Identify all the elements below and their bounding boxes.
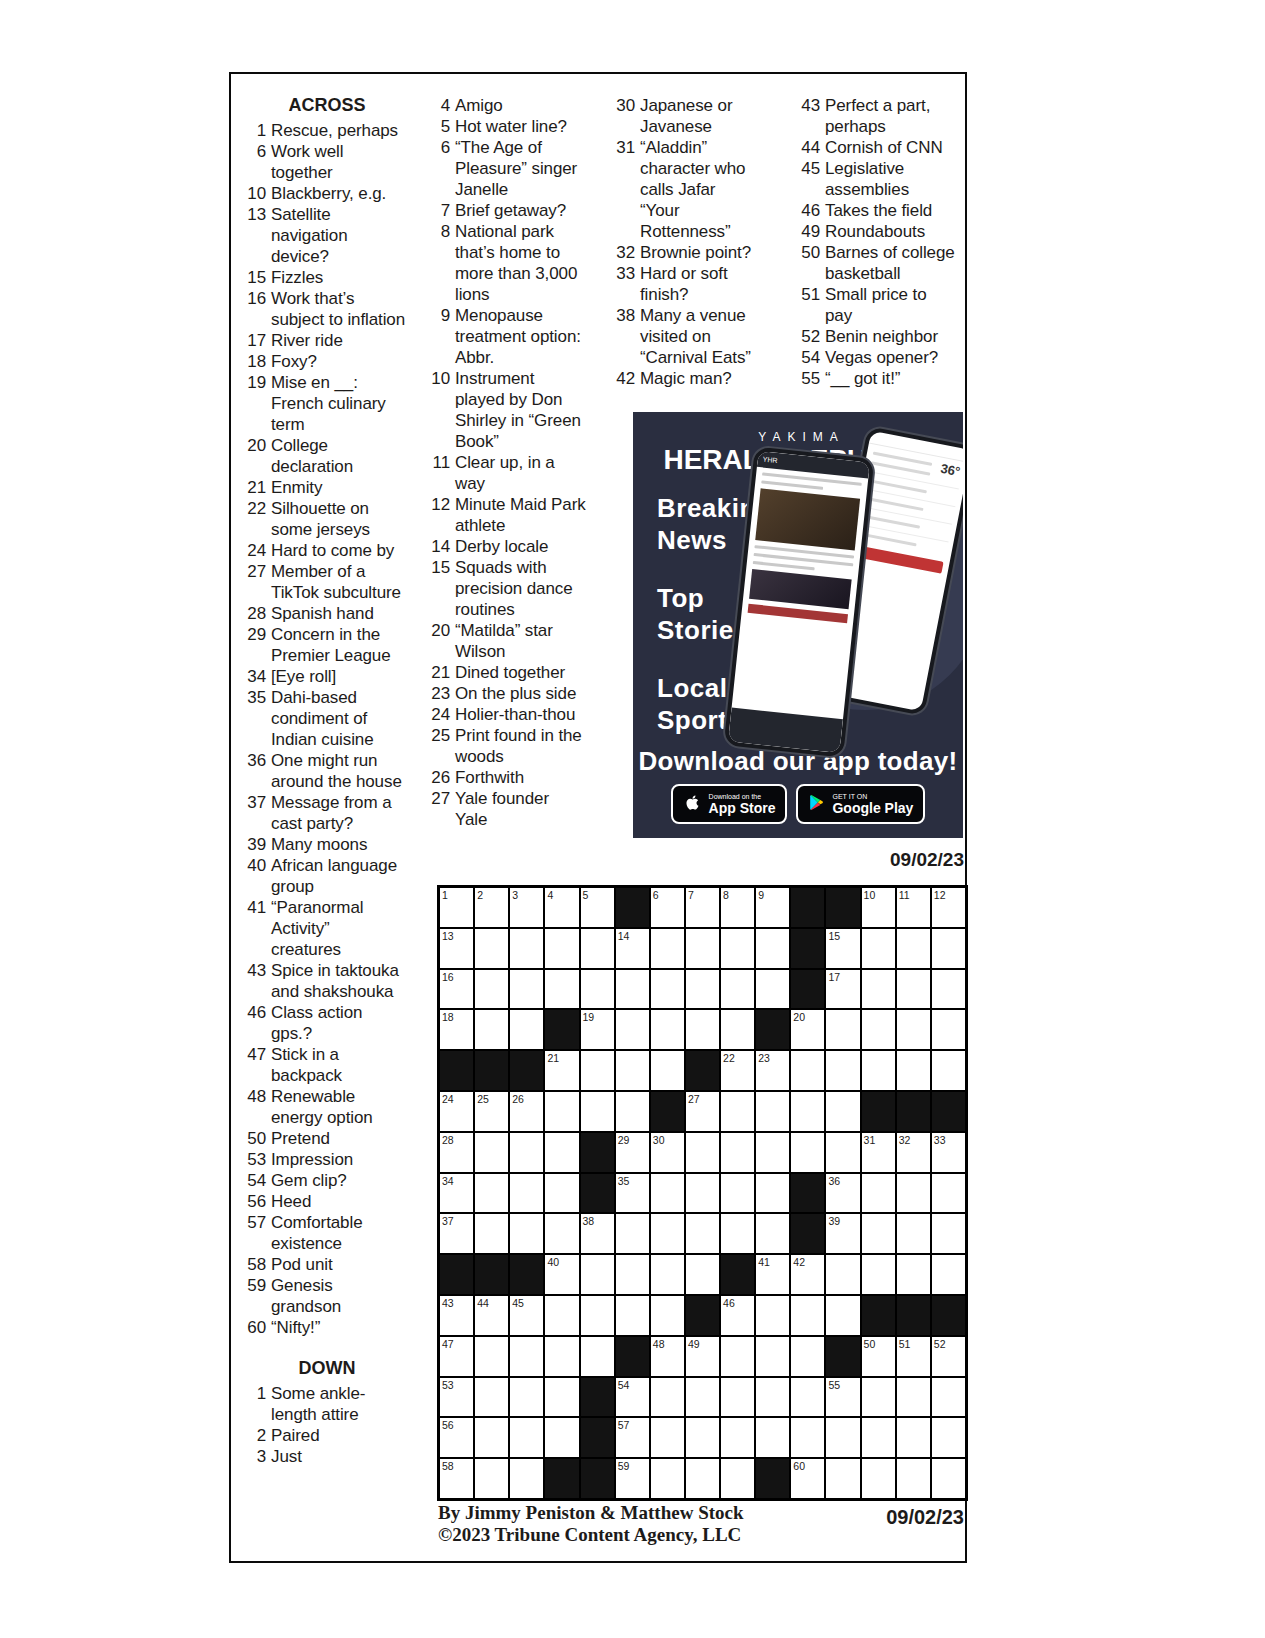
grid-cell[interactable] bbox=[720, 1336, 755, 1377]
grid-cell[interactable]: 38 bbox=[580, 1213, 615, 1254]
grid-cell[interactable] bbox=[931, 1458, 966, 1499]
grid-cell[interactable] bbox=[685, 1458, 720, 1499]
grid-cell[interactable]: 3 bbox=[509, 887, 544, 928]
grid-cell[interactable] bbox=[896, 1213, 931, 1254]
cell-number: 21 bbox=[547, 1052, 559, 1064]
grid-cell[interactable]: 45 bbox=[509, 1295, 544, 1336]
grid-cell[interactable]: 58 bbox=[439, 1458, 474, 1499]
grid-cell[interactable] bbox=[685, 1173, 720, 1214]
grid-cell[interactable] bbox=[474, 1458, 509, 1499]
grid-cell[interactable] bbox=[931, 1377, 966, 1418]
cell-number: 39 bbox=[828, 1215, 840, 1227]
grid-cell[interactable] bbox=[474, 1377, 509, 1418]
grid-cell[interactable] bbox=[580, 1050, 615, 1091]
grid-cell[interactable] bbox=[755, 969, 790, 1010]
grid-cell[interactable] bbox=[474, 1417, 509, 1458]
cell-number: 27 bbox=[688, 1093, 700, 1105]
grid-cell[interactable] bbox=[861, 1213, 896, 1254]
grid-cell[interactable] bbox=[509, 1173, 544, 1214]
grid-cell[interactable] bbox=[861, 1377, 896, 1418]
grid-cell[interactable] bbox=[509, 1336, 544, 1377]
grid-cell-black bbox=[720, 1254, 755, 1295]
clue-number: 45 bbox=[794, 158, 820, 179]
grid-cell[interactable] bbox=[720, 928, 755, 969]
grid-cell[interactable] bbox=[474, 1213, 509, 1254]
grid-cell-black bbox=[509, 1254, 544, 1295]
cell-number: 29 bbox=[618, 1134, 630, 1146]
grid-cell[interactable] bbox=[896, 1458, 931, 1499]
grid-cell[interactable] bbox=[931, 1050, 966, 1091]
grid-cell[interactable] bbox=[685, 928, 720, 969]
cell-number: 34 bbox=[442, 1175, 454, 1187]
clue-number: 57 bbox=[240, 1212, 266, 1233]
grid-cell[interactable]: 51 bbox=[896, 1336, 931, 1377]
cell-number: 4 bbox=[547, 889, 553, 901]
grid-cell[interactable]: 11 bbox=[896, 887, 931, 928]
clue-text: Amigo bbox=[455, 95, 503, 116]
clue: 21Dined together bbox=[424, 662, 604, 683]
clue-text: “__ got it!” bbox=[825, 368, 900, 389]
grid-cell[interactable] bbox=[509, 1009, 544, 1050]
grid-cell[interactable] bbox=[790, 1050, 825, 1091]
grid-cell[interactable] bbox=[755, 1132, 790, 1173]
cell-number: 14 bbox=[618, 930, 630, 942]
grid-cell[interactable] bbox=[896, 928, 931, 969]
grid-cell[interactable] bbox=[544, 1132, 579, 1173]
grid-cell[interactable]: 41 bbox=[755, 1254, 790, 1295]
grid-cell-black bbox=[825, 1336, 860, 1377]
grid-cell[interactable] bbox=[544, 1213, 579, 1254]
grid-cell[interactable]: 7 bbox=[685, 887, 720, 928]
cell-number: 7 bbox=[688, 889, 694, 901]
grid-cell[interactable] bbox=[474, 1132, 509, 1173]
grid-cell[interactable]: 47 bbox=[439, 1336, 474, 1377]
grid-cell[interactable]: 21 bbox=[544, 1050, 579, 1091]
grid-cell[interactable] bbox=[931, 1213, 966, 1254]
grid-cell[interactable] bbox=[720, 969, 755, 1010]
grid-cell[interactable]: 8 bbox=[720, 887, 755, 928]
grid-cell[interactable] bbox=[650, 1050, 685, 1091]
grid-cell[interactable] bbox=[544, 1173, 579, 1214]
clue-number: 44 bbox=[794, 137, 820, 158]
grid-cell[interactable] bbox=[685, 969, 720, 1010]
grid-cell[interactable] bbox=[509, 1417, 544, 1458]
grid-cell[interactable]: 43 bbox=[439, 1295, 474, 1336]
grid-cell[interactable] bbox=[685, 1377, 720, 1418]
clue: 60“Nifty!” bbox=[240, 1317, 414, 1338]
cell-number: 6 bbox=[653, 889, 659, 901]
grid-cell[interactable] bbox=[544, 1336, 579, 1377]
cell-number: 45 bbox=[512, 1297, 524, 1309]
grid-cell[interactable]: 33 bbox=[931, 1132, 966, 1173]
grid-cell[interactable] bbox=[861, 1417, 896, 1458]
cell-number: 49 bbox=[688, 1338, 700, 1350]
grid-cell[interactable] bbox=[931, 1417, 966, 1458]
grid-cell[interactable] bbox=[544, 1091, 579, 1132]
cell-number: 38 bbox=[583, 1215, 595, 1227]
clue: 42Magic man? bbox=[609, 368, 789, 389]
clue: 54Gem clip? bbox=[240, 1170, 414, 1191]
cell-number: 53 bbox=[442, 1379, 454, 1391]
clue-number: 56 bbox=[240, 1191, 266, 1212]
grid-cell[interactable] bbox=[755, 1173, 790, 1214]
clue-number: 29 bbox=[240, 624, 266, 645]
google-play-badge[interactable]: GET IT ON Google Play bbox=[796, 784, 925, 824]
grid-cell[interactable]: 42 bbox=[790, 1254, 825, 1295]
grid-cell[interactable] bbox=[931, 1254, 966, 1295]
clue: 50Barnes of college basketball bbox=[794, 242, 964, 284]
grid-cell[interactable] bbox=[896, 1417, 931, 1458]
grid-cell[interactable] bbox=[544, 928, 579, 969]
grid-cell[interactable] bbox=[685, 1417, 720, 1458]
clue: 11Clear up, in a way bbox=[424, 452, 604, 494]
grid-cell[interactable]: 31 bbox=[861, 1132, 896, 1173]
grid-cell[interactable] bbox=[720, 1417, 755, 1458]
clue-text: “Paranormal Activity” creatures bbox=[271, 897, 363, 960]
clue-text: Yale founder Yale bbox=[455, 788, 549, 830]
clue-number: 22 bbox=[240, 498, 266, 519]
google-play-icon bbox=[808, 793, 825, 816]
grid-cell[interactable]: 52 bbox=[931, 1336, 966, 1377]
clue-text: Many a venue visited on “Carnival Eats” bbox=[640, 305, 751, 368]
grid-cell[interactable] bbox=[474, 1173, 509, 1214]
grid-cell[interactable] bbox=[650, 1377, 685, 1418]
cell-number: 35 bbox=[618, 1175, 630, 1187]
grid-cell[interactable]: 22 bbox=[720, 1050, 755, 1091]
grid-cell[interactable] bbox=[580, 1336, 615, 1377]
grid-cell[interactable]: 48 bbox=[650, 1336, 685, 1377]
grid-cell[interactable] bbox=[580, 1254, 615, 1295]
grid-cell[interactable] bbox=[755, 1417, 790, 1458]
grid-cell[interactable] bbox=[650, 969, 685, 1010]
grid-cell[interactable] bbox=[720, 1009, 755, 1050]
cell-number: 56 bbox=[442, 1419, 454, 1431]
grid-cell[interactable] bbox=[509, 969, 544, 1010]
clue-text: Satellite navigation device? bbox=[271, 204, 348, 267]
grid-cell[interactable] bbox=[790, 1377, 825, 1418]
clue-number: 43 bbox=[794, 95, 820, 116]
grid-cell[interactable] bbox=[509, 1213, 544, 1254]
grid-cell[interactable]: 57 bbox=[615, 1417, 650, 1458]
clue-text: Foxy? bbox=[271, 351, 317, 372]
grid-cell[interactable] bbox=[790, 1336, 825, 1377]
grid-cell-black bbox=[439, 1254, 474, 1295]
grid-cell[interactable]: 27 bbox=[685, 1091, 720, 1132]
clue-text: [Eye roll] bbox=[271, 666, 336, 687]
grid-cell[interactable]: 60 bbox=[790, 1458, 825, 1499]
grid-cell[interactable] bbox=[650, 1173, 685, 1214]
grid-cell[interactable] bbox=[720, 1458, 755, 1499]
cell-number: 57 bbox=[618, 1419, 630, 1431]
grid-cell[interactable] bbox=[861, 1173, 896, 1214]
clue-text: Instrument played by Don Shirley in “Gre… bbox=[455, 368, 581, 452]
grid-cell[interactable] bbox=[825, 1009, 860, 1050]
grid-cell[interactable] bbox=[755, 1377, 790, 1418]
grid-cell[interactable] bbox=[615, 1091, 650, 1132]
grid-cell[interactable] bbox=[615, 969, 650, 1010]
grid-cell[interactable] bbox=[650, 1254, 685, 1295]
clue-text: One might run around the house bbox=[271, 750, 402, 792]
grid-cell[interactable] bbox=[615, 1050, 650, 1091]
grid-cell[interactable] bbox=[615, 1254, 650, 1295]
grid-cell[interactable] bbox=[790, 1295, 825, 1336]
clue-number: 16 bbox=[240, 288, 266, 309]
clue-column-4: 43Perfect a part, perhaps44Cornish of CN… bbox=[794, 95, 964, 389]
grid-cell[interactable]: 16 bbox=[439, 969, 474, 1010]
grid-cell[interactable] bbox=[650, 928, 685, 969]
crossword-page: ACROSS1Rescue, perhaps6Work well togethe… bbox=[0, 0, 1265, 1638]
clue-number: 53 bbox=[240, 1149, 266, 1170]
grid-cell[interactable] bbox=[685, 1254, 720, 1295]
grid-cell[interactable] bbox=[509, 928, 544, 969]
spacer bbox=[240, 1338, 414, 1358]
clue-text: Just bbox=[271, 1446, 302, 1467]
grid-cell[interactable] bbox=[755, 1091, 790, 1132]
clue-number: 54 bbox=[240, 1170, 266, 1191]
grid-cell[interactable] bbox=[825, 1295, 860, 1336]
grid-cell[interactable]: 4 bbox=[544, 887, 579, 928]
cell-number: 8 bbox=[723, 889, 729, 901]
grid-cell[interactable] bbox=[580, 969, 615, 1010]
clue-number: 36 bbox=[240, 750, 266, 771]
clue-number: 6 bbox=[424, 137, 450, 158]
newspaper-app-ad: YAKIMA HERALD-REPUBLIC Breaking NewsTop … bbox=[633, 412, 963, 838]
app-store-badge[interactable]: Download on the App Store bbox=[671, 784, 788, 824]
grid-cell[interactable] bbox=[755, 1336, 790, 1377]
grid-cell[interactable] bbox=[650, 1295, 685, 1336]
grid-cell[interactable]: 56 bbox=[439, 1417, 474, 1458]
grid-cell[interactable]: 44 bbox=[474, 1295, 509, 1336]
grid-cell[interactable]: 24 bbox=[439, 1091, 474, 1132]
clue-text: Takes the field bbox=[825, 200, 932, 221]
grid-cell[interactable] bbox=[650, 1458, 685, 1499]
grid-cell[interactable]: 12 bbox=[931, 887, 966, 928]
clue-text: River ride bbox=[271, 330, 343, 351]
clue: 8National park that’s home to more than … bbox=[424, 221, 604, 305]
clue: 53Impression bbox=[240, 1149, 414, 1170]
grid-cell[interactable]: 23 bbox=[755, 1050, 790, 1091]
clue-text: Vegas opener? bbox=[825, 347, 938, 368]
grid-cell[interactable]: 40 bbox=[544, 1254, 579, 1295]
grid-cell[interactable] bbox=[650, 1417, 685, 1458]
grid-cell[interactable]: 50 bbox=[861, 1336, 896, 1377]
clue-number: 3 bbox=[240, 1446, 266, 1467]
clue-column-2: 4Amigo5Hot water line?6“The Age of Pleas… bbox=[424, 95, 604, 830]
grid-cell[interactable] bbox=[720, 1213, 755, 1254]
clue-text: Menopause treatment option: Abbr. bbox=[455, 305, 581, 368]
clue: 30Japanese or Javanese bbox=[609, 95, 789, 137]
grid-cell[interactable] bbox=[685, 1009, 720, 1050]
clue: 20“Matilda” star Wilson bbox=[424, 620, 604, 662]
clue-number: 15 bbox=[240, 267, 266, 288]
grid-cell[interactable] bbox=[896, 1173, 931, 1214]
grid-cell[interactable] bbox=[615, 1009, 650, 1050]
grid-cell[interactable] bbox=[931, 1009, 966, 1050]
grid-cell[interactable] bbox=[931, 1173, 966, 1214]
grid-cell[interactable] bbox=[580, 1295, 615, 1336]
grid-cell[interactable] bbox=[861, 1254, 896, 1295]
grid-cell[interactable] bbox=[896, 969, 931, 1010]
grid-cell[interactable] bbox=[825, 1091, 860, 1132]
grid-cell-black bbox=[580, 1173, 615, 1214]
clue-text: Brownie point? bbox=[640, 242, 751, 263]
grid-cell[interactable] bbox=[825, 1458, 860, 1499]
grid-cell[interactable] bbox=[720, 1091, 755, 1132]
grid-cell[interactable] bbox=[509, 1377, 544, 1418]
clue-number: 37 bbox=[240, 792, 266, 813]
grid-cell[interactable] bbox=[720, 1132, 755, 1173]
grid-cell[interactable] bbox=[474, 1009, 509, 1050]
clue: 1Rescue, perhaps bbox=[240, 120, 414, 141]
grid-cell[interactable] bbox=[509, 1132, 544, 1173]
grid-cell[interactable] bbox=[509, 1458, 544, 1499]
phone-red-banner bbox=[853, 545, 944, 574]
grid-cell[interactable] bbox=[474, 928, 509, 969]
clue: 46Class action gps.? bbox=[240, 1002, 414, 1044]
grid-cell[interactable]: 34 bbox=[439, 1173, 474, 1214]
grid-cell[interactable] bbox=[685, 1213, 720, 1254]
grid-cell-black bbox=[509, 1050, 544, 1091]
clue-number: 48 bbox=[240, 1086, 266, 1107]
cell-number: 33 bbox=[934, 1134, 946, 1146]
grid-cell[interactable] bbox=[896, 1009, 931, 1050]
clue-number: 10 bbox=[424, 368, 450, 389]
grid-cell[interactable] bbox=[544, 1417, 579, 1458]
cell-number: 58 bbox=[442, 1460, 454, 1472]
grid-cell-black bbox=[896, 1295, 931, 1336]
cell-number: 28 bbox=[442, 1134, 454, 1146]
grid-cell[interactable]: 55 bbox=[825, 1377, 860, 1418]
clue: 18Foxy? bbox=[240, 351, 414, 372]
clue-text: On the plus side bbox=[455, 683, 576, 704]
grid-cell[interactable]: 10 bbox=[861, 887, 896, 928]
clue-number: 1 bbox=[240, 1383, 266, 1404]
grid-cell[interactable] bbox=[825, 1254, 860, 1295]
grid-cell[interactable] bbox=[896, 1050, 931, 1091]
grid-cell[interactable]: 25 bbox=[474, 1091, 509, 1132]
clue-text: Genesis grandson bbox=[271, 1275, 341, 1317]
grid-cell[interactable] bbox=[720, 1173, 755, 1214]
grid-cell[interactable] bbox=[544, 1377, 579, 1418]
grid-cell[interactable] bbox=[825, 1050, 860, 1091]
grid-cell[interactable] bbox=[790, 1091, 825, 1132]
grid-cell[interactable]: 15 bbox=[825, 928, 860, 969]
grid-cell[interactable]: 32 bbox=[896, 1132, 931, 1173]
grid-cell[interactable]: 14 bbox=[615, 928, 650, 969]
clue-text: Roundabouts bbox=[825, 221, 925, 242]
grid-cell[interactable]: 39 bbox=[825, 1213, 860, 1254]
grid-cell-black bbox=[931, 1295, 966, 1336]
clue: 41“Paranormal Activity” creatures bbox=[240, 897, 414, 960]
clue-column-1: ACROSS1Rescue, perhaps6Work well togethe… bbox=[240, 95, 414, 1467]
grid-cell[interactable]: 20 bbox=[790, 1009, 825, 1050]
grid-cell[interactable] bbox=[861, 928, 896, 969]
cell-number: 48 bbox=[653, 1338, 665, 1350]
clue: 57Comfortable existence bbox=[240, 1212, 414, 1254]
grid-cell[interactable]: 29 bbox=[615, 1132, 650, 1173]
grid-cell[interactable] bbox=[931, 928, 966, 969]
clue-number: 31 bbox=[609, 137, 635, 158]
grid-cell[interactable]: 1 bbox=[439, 887, 474, 928]
grid-cell[interactable] bbox=[755, 1213, 790, 1254]
grid-cell[interactable] bbox=[825, 1132, 860, 1173]
grid-cell[interactable]: 19 bbox=[580, 1009, 615, 1050]
clue: 39Many moons bbox=[240, 834, 414, 855]
grid-cell[interactable]: 36 bbox=[825, 1173, 860, 1214]
grid-cell[interactable]: 18 bbox=[439, 1009, 474, 1050]
grid-cell-black bbox=[615, 1336, 650, 1377]
grid-cell[interactable] bbox=[650, 1009, 685, 1050]
grid-cell[interactable]: 26 bbox=[509, 1091, 544, 1132]
grid-cell[interactable]: 17 bbox=[825, 969, 860, 1010]
grid-cell[interactable] bbox=[790, 1132, 825, 1173]
grid-cell[interactable] bbox=[861, 969, 896, 1010]
grid-cell[interactable]: 2 bbox=[474, 887, 509, 928]
grid-cell[interactable]: 28 bbox=[439, 1132, 474, 1173]
grid-cell[interactable] bbox=[861, 1458, 896, 1499]
grid-cell[interactable]: 30 bbox=[650, 1132, 685, 1173]
grid-cell-black bbox=[790, 1173, 825, 1214]
grid-cell[interactable] bbox=[861, 1009, 896, 1050]
grid-cell-black bbox=[544, 1009, 579, 1050]
grid-cell[interactable] bbox=[580, 1091, 615, 1132]
clue: 34[Eye roll] bbox=[240, 666, 414, 687]
grid-cell[interactable] bbox=[580, 928, 615, 969]
grid-cell[interactable] bbox=[861, 1050, 896, 1091]
grid-cell[interactable] bbox=[474, 1336, 509, 1377]
grid-cell[interactable]: 49 bbox=[685, 1336, 720, 1377]
cell-number: 1 bbox=[442, 889, 448, 901]
clue-number: 15 bbox=[424, 557, 450, 578]
clue-text: Mise en __: French culinary term bbox=[271, 372, 386, 435]
grid-cell[interactable]: 13 bbox=[439, 928, 474, 969]
grid-cell-black bbox=[580, 1458, 615, 1499]
grid-cell[interactable] bbox=[544, 1295, 579, 1336]
clue-number: 20 bbox=[424, 620, 450, 641]
clue-text: Silhouette on some jerseys bbox=[271, 498, 370, 540]
puzzle-date: 09/02/23 bbox=[764, 849, 964, 871]
grid-cell[interactable] bbox=[755, 928, 790, 969]
grid-cell[interactable]: 59 bbox=[615, 1458, 650, 1499]
grid-cell[interactable] bbox=[896, 1377, 931, 1418]
grid-cell[interactable]: 5 bbox=[580, 887, 615, 928]
grid-cell[interactable]: 37 bbox=[439, 1213, 474, 1254]
grid-cell[interactable] bbox=[650, 1213, 685, 1254]
grid-cell[interactable]: 46 bbox=[720, 1295, 755, 1336]
grid-cell[interactable] bbox=[615, 1213, 650, 1254]
clue-text: Some ankle- length attire bbox=[271, 1383, 365, 1425]
grid-cell[interactable] bbox=[720, 1377, 755, 1418]
clue-text: Enmity bbox=[271, 477, 322, 498]
grid-cell[interactable] bbox=[755, 1295, 790, 1336]
cell-number: 60 bbox=[793, 1460, 805, 1472]
grid-cell[interactable] bbox=[825, 1417, 860, 1458]
grid-cell[interactable] bbox=[685, 1132, 720, 1173]
grid-cell[interactable] bbox=[896, 1254, 931, 1295]
grid-cell-black bbox=[861, 1091, 896, 1132]
clue: 43Spice in taktouka and shakshouka bbox=[240, 960, 414, 1002]
grid-cell[interactable]: 6 bbox=[650, 887, 685, 928]
grid-cell[interactable]: 35 bbox=[615, 1173, 650, 1214]
grid-cell[interactable] bbox=[474, 969, 509, 1010]
grid-cell[interactable]: 54 bbox=[615, 1377, 650, 1418]
grid-cell[interactable]: 9 bbox=[755, 887, 790, 928]
grid-cell[interactable]: 53 bbox=[439, 1377, 474, 1418]
grid-cell[interactable] bbox=[931, 969, 966, 1010]
grid-cell[interactable] bbox=[615, 1295, 650, 1336]
grid-cell[interactable] bbox=[790, 1417, 825, 1458]
grid-cell[interactable] bbox=[544, 969, 579, 1010]
